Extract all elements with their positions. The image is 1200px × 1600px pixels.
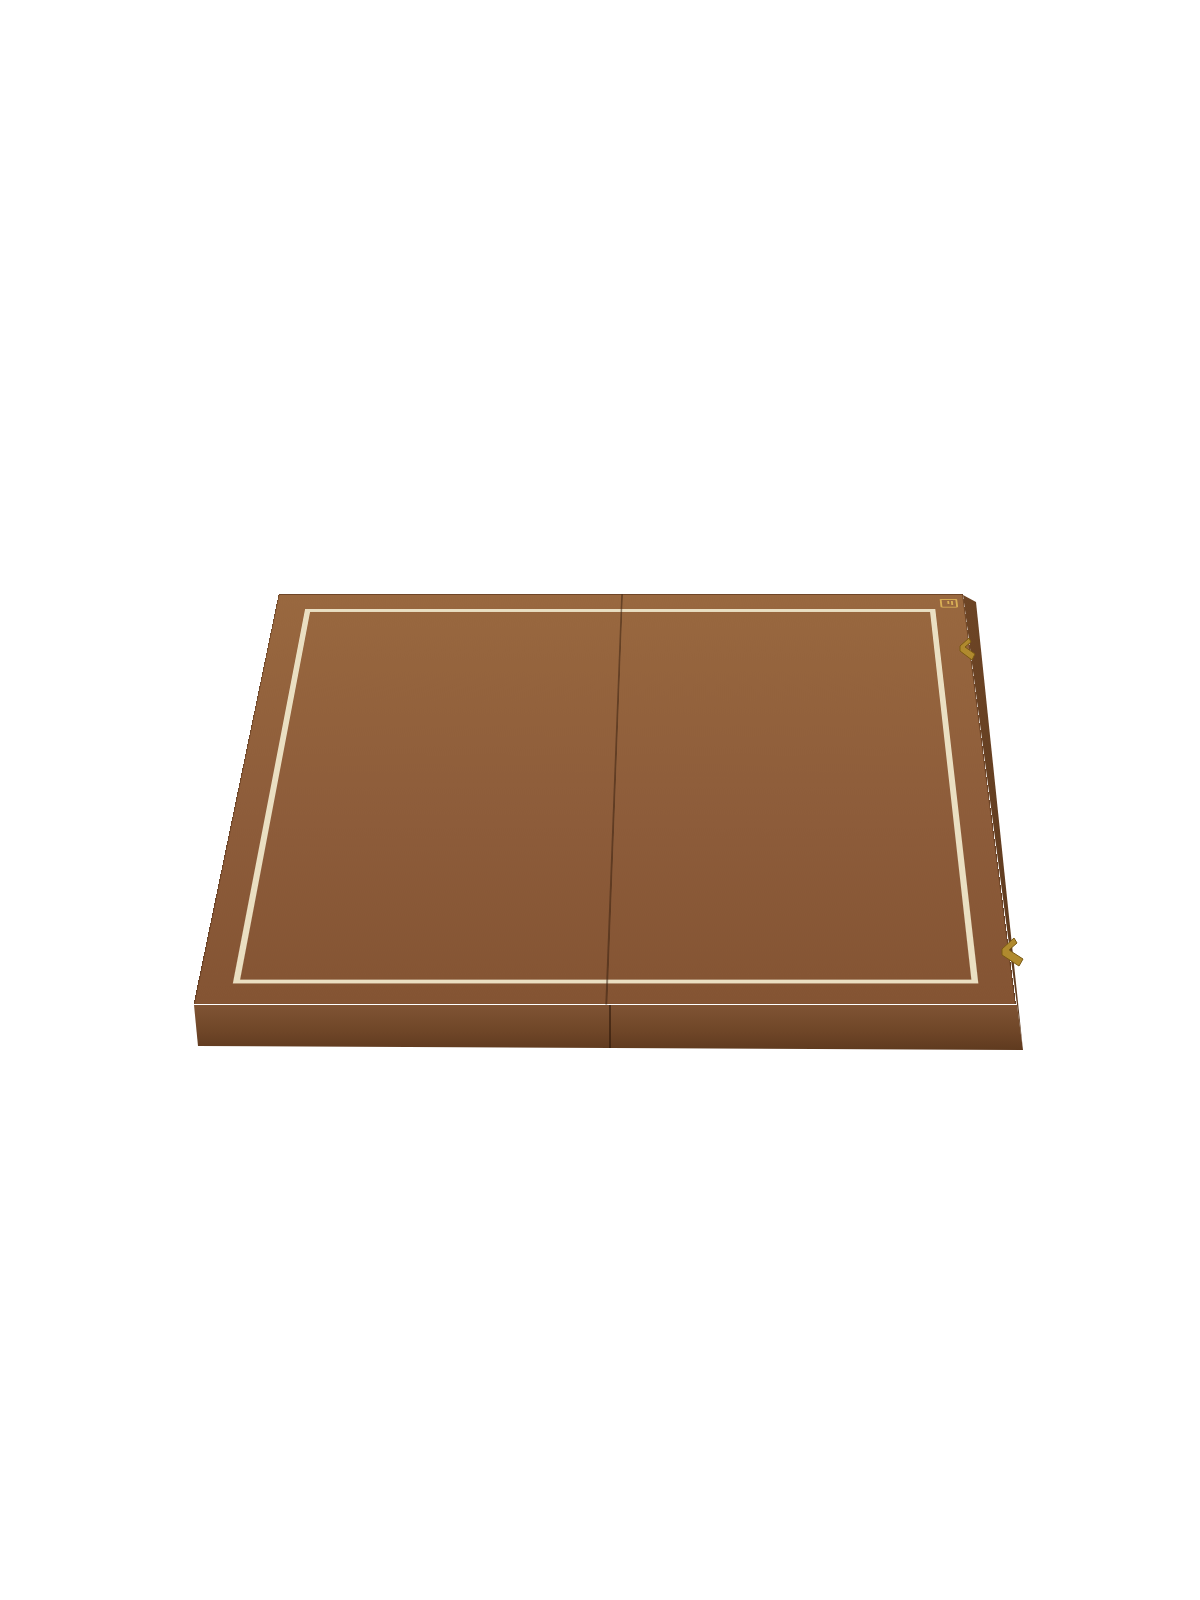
- board-corner: [195, 983, 233, 1003]
- board-3d-scene: [0, 0, 1200, 1600]
- product-photo-canvas: [0, 0, 1200, 1600]
- chess-board-field: [233, 609, 979, 984]
- chess-board: [194, 594, 1016, 1004]
- brand-stamp-logo: [940, 599, 959, 608]
- board-corner: [934, 595, 964, 609]
- board-corner: [277, 595, 308, 609]
- board-corner: [978, 983, 1014, 1003]
- clasp-bottom: [1000, 936, 1026, 972]
- clasp-top: [958, 636, 978, 666]
